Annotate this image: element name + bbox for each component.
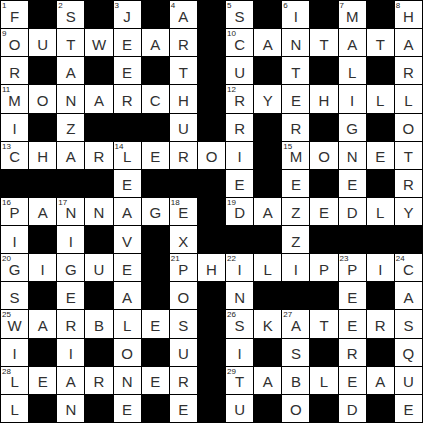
cell-0-2[interactable]: 2S xyxy=(57,1,84,28)
black-cell-4-3 xyxy=(85,114,112,141)
black-cell-4-11 xyxy=(310,114,337,141)
cell-11-0[interactable]: 25W xyxy=(1,310,28,337)
cell-8-6[interactable]: X xyxy=(170,226,197,253)
cell-0-8[interactable]: 5S xyxy=(226,1,253,28)
cell-5-14[interactable]: T xyxy=(395,142,422,169)
cell-letter: U xyxy=(178,346,189,361)
cell-letter: Z xyxy=(291,205,300,220)
cell-5-5[interactable]: E xyxy=(142,142,169,169)
cell-letter: N xyxy=(122,374,133,389)
cell-letter: V xyxy=(122,234,132,249)
cell-0-14[interactable]: 8H xyxy=(395,1,422,28)
cell-letter: R xyxy=(94,149,105,164)
cell-2-6[interactable]: T xyxy=(170,57,197,84)
cell-7-5[interactable]: G xyxy=(142,198,169,225)
cell-3-4[interactable]: R xyxy=(114,85,141,112)
cell-letter: W xyxy=(92,37,106,52)
black-cell-0-11 xyxy=(310,1,337,28)
black-cell-14-9 xyxy=(254,395,281,422)
cell-letter: S xyxy=(66,9,76,24)
cell-letter: X xyxy=(178,234,188,249)
cell-9-10[interactable]: I xyxy=(282,254,309,281)
cell-letter: A xyxy=(122,290,132,305)
cell-11-13[interactable]: R xyxy=(367,310,394,337)
cell-letter: A xyxy=(291,318,301,333)
black-cell-4-9 xyxy=(254,114,281,141)
black-cell-14-1 xyxy=(29,395,56,422)
cell-letter: L xyxy=(10,402,18,417)
cell-letter: I xyxy=(69,234,73,249)
cell-letter: C xyxy=(150,93,161,108)
cell-8-0[interactable]: I xyxy=(1,226,28,253)
cell-3-0[interactable]: 11M xyxy=(1,85,28,112)
cell-letter: E xyxy=(403,402,413,417)
black-cell-14-5 xyxy=(142,395,169,422)
cell-14-2[interactable]: N xyxy=(57,395,84,422)
cell-7-11[interactable]: E xyxy=(310,198,337,225)
black-cell-3-7 xyxy=(198,85,225,112)
cell-letter: G xyxy=(65,262,77,277)
cell-9-13[interactable]: I xyxy=(367,254,394,281)
cell-letter: O xyxy=(290,402,302,417)
clue-number-5: 5 xyxy=(227,1,231,10)
cell-4-0[interactable]: I xyxy=(1,114,28,141)
cell-letter: J xyxy=(123,9,131,24)
cell-12-0[interactable]: I xyxy=(1,339,28,366)
cell-1-10[interactable]: N xyxy=(282,29,309,56)
cell-letter: K xyxy=(263,318,273,333)
cell-letter: S xyxy=(10,290,20,305)
cell-letter: P xyxy=(178,262,188,277)
cell-letter: O xyxy=(121,346,133,361)
black-cell-4-5 xyxy=(142,114,169,141)
cell-7-2[interactable]: 17N xyxy=(57,198,84,225)
black-cell-10-1 xyxy=(29,282,56,309)
cell-5-11[interactable]: O xyxy=(310,142,337,169)
cell-letter: N xyxy=(347,149,358,164)
cell-2-12[interactable]: L xyxy=(339,57,366,84)
cell-letter: A xyxy=(347,37,357,52)
cell-4-14[interactable]: O xyxy=(395,114,422,141)
cell-11-12[interactable]: E xyxy=(339,310,366,337)
cell-9-6[interactable]: 21P xyxy=(170,254,197,281)
cell-13-5[interactable]: E xyxy=(142,367,169,394)
cell-letter: I xyxy=(294,9,298,24)
cell-letter: H xyxy=(178,93,189,108)
cell-letter: E xyxy=(319,205,329,220)
cell-7-4[interactable]: A xyxy=(114,198,141,225)
cell-1-3[interactable]: W xyxy=(85,29,112,56)
cell-letter: E xyxy=(150,149,160,164)
cell-11-6[interactable]: S xyxy=(170,310,197,337)
cell-13-13[interactable]: A xyxy=(367,367,394,394)
cell-letter: B xyxy=(94,318,104,333)
cell-letter: D xyxy=(347,402,358,417)
cell-letter: A xyxy=(66,374,76,389)
cell-letter: C xyxy=(9,149,20,164)
black-cell-12-3 xyxy=(85,339,112,366)
cell-letter: I xyxy=(350,93,354,108)
cell-10-0[interactable]: S xyxy=(1,282,28,309)
black-cell-10-11 xyxy=(310,282,337,309)
cell-letter: H xyxy=(37,149,48,164)
cell-1-6[interactable]: R xyxy=(170,29,197,56)
black-cell-6-11 xyxy=(310,170,337,197)
cell-letter: D xyxy=(234,205,245,220)
cell-letter: I xyxy=(294,262,298,277)
cell-letter: H xyxy=(319,93,330,108)
cell-5-4[interactable]: 14L xyxy=(114,142,141,169)
cell-7-8[interactable]: 19D xyxy=(226,198,253,225)
cell-7-14[interactable]: Y xyxy=(395,198,422,225)
cell-9-9[interactable]: L xyxy=(254,254,281,281)
cell-10-4[interactable]: A xyxy=(114,282,141,309)
black-cell-4-7 xyxy=(198,114,225,141)
black-cell-12-5 xyxy=(142,339,169,366)
cell-14-10[interactable]: O xyxy=(282,395,309,422)
cell-5-8[interactable]: I xyxy=(226,142,253,169)
black-cell-0-9 xyxy=(254,1,281,28)
cell-14-4[interactable]: E xyxy=(114,395,141,422)
cell-letter: E xyxy=(178,402,188,417)
cell-12-12[interactable]: R xyxy=(339,339,366,366)
cell-3-9[interactable]: Y xyxy=(254,85,281,112)
cell-5-10[interactable]: 15M xyxy=(282,142,309,169)
cell-letter: R xyxy=(234,121,245,136)
cell-3-6[interactable]: H xyxy=(170,85,197,112)
cell-letter: N xyxy=(234,290,245,305)
cell-letter: R xyxy=(347,346,358,361)
clue-number-12: 12 xyxy=(227,85,236,94)
cell-12-10[interactable]: S xyxy=(282,339,309,366)
black-cell-4-13 xyxy=(367,114,394,141)
cell-letter: T xyxy=(376,37,385,52)
cell-14-0[interactable]: L xyxy=(1,395,28,422)
cell-letter: T xyxy=(179,65,188,80)
cell-letter: O xyxy=(403,121,415,136)
cell-14-8[interactable]: U xyxy=(226,395,253,422)
cell-letter: E xyxy=(66,290,76,305)
cell-3-3[interactable]: A xyxy=(85,85,112,112)
clue-number-20: 20 xyxy=(2,254,11,263)
cell-letter: C xyxy=(234,37,245,52)
cell-6-12[interactable]: E xyxy=(339,170,366,197)
black-cell-8-3 xyxy=(85,226,112,253)
cell-10-8[interactable]: N xyxy=(226,282,253,309)
cell-7-0[interactable]: 16P xyxy=(1,198,28,225)
cell-3-5[interactable]: C xyxy=(142,85,169,112)
cell-13-6[interactable]: R xyxy=(170,367,197,394)
black-cell-12-1 xyxy=(29,339,56,366)
black-cell-4-1 xyxy=(29,114,56,141)
cell-2-0[interactable]: R xyxy=(1,57,28,84)
cell-13-8[interactable]: 29T xyxy=(226,367,253,394)
cell-letter: E xyxy=(375,149,385,164)
cell-3-13[interactable]: L xyxy=(367,85,394,112)
cell-9-3[interactable]: U xyxy=(85,254,112,281)
cell-7-12[interactable]: D xyxy=(339,198,366,225)
cell-5-0[interactable]: 13C xyxy=(1,142,28,169)
cell-1-1[interactable]: U xyxy=(29,29,56,56)
cell-12-14[interactable]: Q xyxy=(395,339,422,366)
clue-number-11: 11 xyxy=(2,85,10,94)
cell-9-7[interactable]: H xyxy=(198,254,225,281)
black-cell-6-1 xyxy=(29,170,56,197)
clue-number-25: 25 xyxy=(2,310,11,319)
cell-4-6[interactable]: U xyxy=(170,114,197,141)
cell-2-14[interactable]: R xyxy=(395,57,422,84)
cell-12-4[interactable]: O xyxy=(114,339,141,366)
cell-2-8[interactable]: U xyxy=(226,57,253,84)
cell-0-6[interactable]: 4A xyxy=(170,1,197,28)
cell-1-8[interactable]: 10C xyxy=(226,29,253,56)
cell-9-4[interactable]: E xyxy=(114,254,141,281)
cell-letter: G xyxy=(9,262,21,277)
cell-9-12[interactable]: 23P xyxy=(339,254,366,281)
cell-7-1[interactable]: A xyxy=(29,198,56,225)
cell-9-0[interactable]: 20G xyxy=(1,254,28,281)
black-cell-6-7 xyxy=(198,170,225,197)
cell-5-7[interactable]: O xyxy=(198,142,225,169)
black-cell-2-9 xyxy=(254,57,281,84)
black-cell-6-5 xyxy=(142,170,169,197)
cell-11-2[interactable]: R xyxy=(57,310,84,337)
cell-7-3[interactable]: N xyxy=(85,198,112,225)
clue-number-16: 16 xyxy=(2,198,11,207)
cell-6-10[interactable]: E xyxy=(282,170,309,197)
black-cell-6-6 xyxy=(170,170,197,197)
cell-letter: A xyxy=(263,374,273,389)
cell-8-4[interactable]: V xyxy=(114,226,141,253)
cell-1-0[interactable]: 9O xyxy=(1,29,28,56)
cell-13-4[interactable]: N xyxy=(114,367,141,394)
cell-11-11[interactable]: T xyxy=(310,310,337,337)
cell-5-6[interactable]: R xyxy=(170,142,197,169)
clue-number-2: 2 xyxy=(58,1,62,10)
cell-letter: M xyxy=(290,149,303,164)
cell-1-14[interactable]: A xyxy=(395,29,422,56)
cell-letter: A xyxy=(150,37,160,52)
black-cell-8-9 xyxy=(254,226,281,253)
cell-13-0[interactable]: 28L xyxy=(1,367,28,394)
cell-13-11[interactable]: L xyxy=(310,367,337,394)
cell-11-9[interactable]: K xyxy=(254,310,281,337)
cell-1-9[interactable]: A xyxy=(254,29,281,56)
clue-number-26: 26 xyxy=(227,310,236,319)
cell-letter: U xyxy=(234,65,245,80)
cell-3-2[interactable]: N xyxy=(57,85,84,112)
clue-number-29: 29 xyxy=(227,367,236,376)
cell-9-2[interactable]: G xyxy=(57,254,84,281)
cell-5-3[interactable]: R xyxy=(85,142,112,169)
cell-3-12[interactable]: I xyxy=(339,85,366,112)
cell-2-2[interactable]: A xyxy=(57,57,84,84)
clue-number-3: 3 xyxy=(115,1,119,10)
cell-3-11[interactable]: H xyxy=(310,85,337,112)
cell-11-8[interactable]: 26S xyxy=(226,310,253,337)
cell-5-12[interactable]: N xyxy=(339,142,366,169)
cell-letter: E xyxy=(235,177,245,192)
cell-11-4[interactable]: L xyxy=(114,310,141,337)
cell-letter: L xyxy=(376,93,384,108)
cell-1-4[interactable]: E xyxy=(114,29,141,56)
cell-11-1[interactable]: A xyxy=(29,310,56,337)
cell-letter: E xyxy=(122,65,132,80)
cell-14-12[interactable]: D xyxy=(339,395,366,422)
cell-letter: A xyxy=(403,290,413,305)
black-cell-8-11 xyxy=(310,226,337,253)
cell-3-8[interactable]: 12R xyxy=(226,85,253,112)
clue-number-15: 15 xyxy=(283,142,292,151)
cell-0-10[interactable]: 6I xyxy=(282,1,309,28)
cell-letter: A xyxy=(66,149,76,164)
cell-letter: O xyxy=(318,149,330,164)
clue-number-24: 24 xyxy=(396,254,405,263)
cell-1-13[interactable]: T xyxy=(367,29,394,56)
cell-3-14[interactable]: L xyxy=(395,85,422,112)
black-cell-8-12 xyxy=(339,226,366,253)
cell-1-12[interactable]: A xyxy=(339,29,366,56)
black-cell-2-5 xyxy=(142,57,169,84)
cell-6-8[interactable]: E xyxy=(226,170,253,197)
black-cell-2-11 xyxy=(310,57,337,84)
black-cell-4-4 xyxy=(114,114,141,141)
cell-letter: E xyxy=(291,177,301,192)
cell-letter: L xyxy=(10,374,18,389)
cell-10-14[interactable]: A xyxy=(395,282,422,309)
cell-9-1[interactable]: I xyxy=(29,254,56,281)
cell-13-2[interactable]: A xyxy=(57,367,84,394)
cell-7-6[interactable]: 18E xyxy=(170,198,197,225)
cell-letter: R xyxy=(178,149,189,164)
cell-10-12[interactable]: E xyxy=(339,282,366,309)
cell-4-12[interactable]: G xyxy=(339,114,366,141)
black-cell-6-3 xyxy=(85,170,112,197)
cell-0-4[interactable]: 3J xyxy=(114,1,141,28)
cell-2-4[interactable]: E xyxy=(114,57,141,84)
cell-12-2[interactable]: I xyxy=(57,339,84,366)
cell-13-10[interactable]: B xyxy=(282,367,309,394)
cell-letter: O xyxy=(206,149,218,164)
black-cell-1-7 xyxy=(198,29,225,56)
cell-letter: A xyxy=(38,205,48,220)
cell-0-0[interactable]: 1F xyxy=(1,1,28,28)
cell-letter: L xyxy=(348,65,356,80)
black-cell-5-9 xyxy=(254,142,281,169)
cell-14-14[interactable]: E xyxy=(395,395,422,422)
cell-letter: L xyxy=(264,262,272,277)
black-cell-8-7 xyxy=(198,226,225,253)
cell-10-2[interactable]: E xyxy=(57,282,84,309)
cell-5-2[interactable]: A xyxy=(57,142,84,169)
cell-11-5[interactable]: E xyxy=(142,310,169,337)
cell-letter: D xyxy=(347,205,358,220)
cell-7-10[interactable]: Z xyxy=(282,198,309,225)
cell-letter: Z xyxy=(66,121,75,136)
black-cell-13-7 xyxy=(198,367,225,394)
cell-12-8[interactable]: I xyxy=(226,339,253,366)
black-cell-8-1 xyxy=(29,226,56,253)
cell-0-12[interactable]: 7M xyxy=(339,1,366,28)
cell-13-14[interactable]: U xyxy=(395,367,422,394)
cell-3-1[interactable]: O xyxy=(29,85,56,112)
cell-8-10[interactable]: Z xyxy=(282,226,309,253)
cell-11-3[interactable]: B xyxy=(85,310,112,337)
cell-4-10[interactable]: R xyxy=(282,114,309,141)
cell-14-6[interactable]: E xyxy=(170,395,197,422)
cell-letter: P xyxy=(10,205,20,220)
cell-12-6[interactable]: U xyxy=(170,339,197,366)
cell-letter: H xyxy=(206,262,217,277)
cell-letter: R xyxy=(375,318,386,333)
cell-letter: U xyxy=(37,37,48,52)
cell-1-5[interactable]: A xyxy=(142,29,169,56)
cell-letter: E xyxy=(291,93,301,108)
black-cell-7-7 xyxy=(198,198,225,225)
cell-6-4[interactable]: E xyxy=(114,170,141,197)
cell-4-8[interactable]: R xyxy=(226,114,253,141)
cell-13-3[interactable]: R xyxy=(85,367,112,394)
black-cell-0-7 xyxy=(198,1,225,28)
cell-letter: M xyxy=(346,9,359,24)
cell-3-10[interactable]: E xyxy=(282,85,309,112)
cell-10-6[interactable]: O xyxy=(170,282,197,309)
clue-number-17: 17 xyxy=(58,198,67,207)
cell-8-2[interactable]: I xyxy=(57,226,84,253)
cell-letter: G xyxy=(346,121,358,136)
cell-6-14[interactable]: R xyxy=(395,170,422,197)
clue-number-28: 28 xyxy=(2,367,11,376)
cell-letter: B xyxy=(291,374,301,389)
crossword-board: 1F2S3J4A5S6I7M8H9OUTWEAR10CANTATARAETUTL… xyxy=(0,0,423,423)
cell-13-1[interactable]: E xyxy=(29,367,56,394)
cell-9-14[interactable]: 24C xyxy=(395,254,422,281)
clue-number-21: 21 xyxy=(171,254,180,263)
cell-letter: A xyxy=(263,205,273,220)
cell-9-11[interactable]: P xyxy=(310,254,337,281)
cell-letter: O xyxy=(9,37,21,52)
clue-number-7: 7 xyxy=(340,1,344,10)
cell-11-14[interactable]: S xyxy=(395,310,422,337)
cell-5-1[interactable]: H xyxy=(29,142,56,169)
clue-number-6: 6 xyxy=(283,1,287,10)
black-cell-8-13 xyxy=(367,226,394,253)
cell-1-2[interactable]: T xyxy=(57,29,84,56)
cell-letter: Z xyxy=(291,234,300,249)
cell-letter: I xyxy=(12,234,16,249)
clue-number-19: 19 xyxy=(227,198,236,207)
clue-number-23: 23 xyxy=(340,254,349,263)
cell-11-10[interactable]: 27A xyxy=(282,310,309,337)
cell-7-13[interactable]: L xyxy=(367,198,394,225)
cell-7-9[interactable]: A xyxy=(254,198,281,225)
cell-letter: E xyxy=(122,262,132,277)
black-cell-2-7 xyxy=(198,57,225,84)
cell-letter: W xyxy=(7,318,21,333)
black-cell-2-3 xyxy=(85,57,112,84)
cell-letter: E xyxy=(178,205,188,220)
cell-letter: E xyxy=(347,374,357,389)
cell-4-2[interactable]: Z xyxy=(57,114,84,141)
cell-2-10[interactable]: T xyxy=(282,57,309,84)
cell-letter: N xyxy=(94,205,105,220)
cell-13-9[interactable]: A xyxy=(254,367,281,394)
cell-9-8[interactable]: 22I xyxy=(226,254,253,281)
cell-5-13[interactable]: E xyxy=(367,142,394,169)
cell-letter: H xyxy=(403,9,414,24)
cell-1-11[interactable]: T xyxy=(310,29,337,56)
cell-13-12[interactable]: E xyxy=(339,367,366,394)
